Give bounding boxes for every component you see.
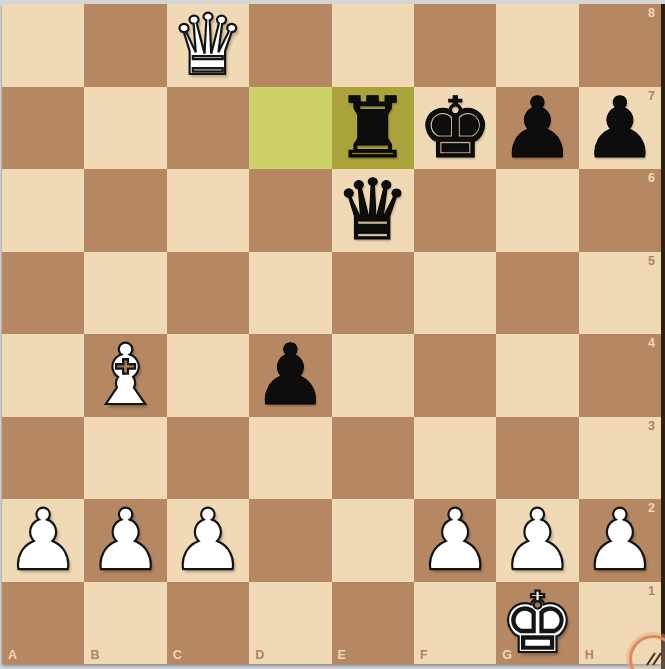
rank-label: 3 [648, 420, 655, 433]
rank-label: 8 [648, 7, 655, 20]
square-c3[interactable] [167, 417, 249, 500]
square-c2[interactable]: ♟ [167, 499, 249, 582]
page: ♛8♜♚♟7♟♛65♝♟43♟♟♟♟♟2♟ABCDEFG♚1H [0, 0, 665, 669]
square-c7[interactable] [167, 87, 249, 170]
black-king[interactable]: ♚ [417, 87, 492, 169]
square-g7[interactable]: ♟ [496, 87, 578, 170]
file-label: D [255, 649, 264, 662]
square-e6[interactable]: ♛ [332, 169, 414, 252]
square-d1[interactable]: D [249, 582, 331, 665]
white-pawn[interactable]: ♟ [170, 499, 245, 581]
square-d2[interactable] [249, 499, 331, 582]
square-g4[interactable] [496, 334, 578, 417]
white-king[interactable]: ♚ [500, 582, 575, 664]
square-a1[interactable]: A [2, 582, 84, 665]
square-c5[interactable] [167, 252, 249, 335]
black-rook[interactable]: ♜ [335, 87, 410, 169]
square-a6[interactable] [2, 169, 84, 252]
square-h3[interactable]: 3 [579, 417, 661, 500]
square-e5[interactable] [332, 252, 414, 335]
square-a8[interactable] [2, 4, 84, 87]
square-b4[interactable]: ♝ [84, 334, 166, 417]
square-b2[interactable]: ♟ [84, 499, 166, 582]
square-e1[interactable]: E [332, 582, 414, 665]
square-f7[interactable]: ♚ [414, 87, 496, 170]
square-c4[interactable] [167, 334, 249, 417]
white-pawn[interactable]: ♟ [88, 499, 163, 581]
square-d7[interactable] [249, 87, 331, 170]
file-label: F [420, 649, 428, 662]
square-g2[interactable]: ♟ [496, 499, 578, 582]
square-f6[interactable] [414, 169, 496, 252]
square-b7[interactable] [84, 87, 166, 170]
square-f5[interactable] [414, 252, 496, 335]
square-h2[interactable]: 2♟ [579, 499, 661, 582]
square-d8[interactable] [249, 4, 331, 87]
square-c8[interactable]: ♛ [167, 4, 249, 87]
square-h4[interactable]: 4 [579, 334, 661, 417]
black-pawn[interactable]: ♟ [253, 334, 328, 416]
square-h6[interactable]: 6 [579, 169, 661, 252]
black-pawn[interactable]: ♟ [582, 87, 657, 169]
square-b8[interactable] [84, 4, 166, 87]
watermark-marks-icon [632, 638, 665, 669]
white-pawn[interactable]: ♟ [582, 499, 657, 581]
square-d6[interactable] [249, 169, 331, 252]
square-h5[interactable]: 5 [579, 252, 661, 335]
square-h7[interactable]: 7♟ [579, 87, 661, 170]
square-g3[interactable] [496, 417, 578, 500]
square-f8[interactable] [414, 4, 496, 87]
black-pawn[interactable]: ♟ [500, 87, 575, 169]
square-c6[interactable] [167, 169, 249, 252]
square-d3[interactable] [249, 417, 331, 500]
file-label: A [8, 649, 17, 662]
white-queen[interactable]: ♛ [170, 4, 245, 86]
square-b3[interactable] [84, 417, 166, 500]
square-h8[interactable]: 8 [579, 4, 661, 87]
white-pawn[interactable]: ♟ [417, 499, 492, 581]
file-label: E [338, 649, 346, 662]
chess-board: ♛8♜♚♟7♟♛65♝♟43♟♟♟♟♟2♟ABCDEFG♚1H [2, 4, 661, 664]
square-f4[interactable] [414, 334, 496, 417]
square-b1[interactable]: B [84, 582, 166, 665]
square-g8[interactable] [496, 4, 578, 87]
square-f2[interactable]: ♟ [414, 499, 496, 582]
file-label: B [90, 649, 99, 662]
white-pawn[interactable]: ♟ [6, 499, 81, 581]
rank-label: 4 [648, 337, 655, 350]
square-e2[interactable] [332, 499, 414, 582]
file-label: H [585, 649, 594, 662]
square-g6[interactable] [496, 169, 578, 252]
square-a4[interactable] [2, 334, 84, 417]
file-label: C [173, 649, 182, 662]
square-a2[interactable]: ♟ [2, 499, 84, 582]
rank-label: 5 [648, 255, 655, 268]
square-e3[interactable] [332, 417, 414, 500]
rank-label: 6 [648, 172, 655, 185]
square-a5[interactable] [2, 252, 84, 335]
square-b5[interactable] [84, 252, 166, 335]
square-c1[interactable]: C [167, 582, 249, 665]
square-d4[interactable]: ♟ [249, 334, 331, 417]
square-a3[interactable] [2, 417, 84, 500]
square-d5[interactable] [249, 252, 331, 335]
square-g1[interactable]: G♚ [496, 582, 578, 665]
square-a7[interactable] [2, 87, 84, 170]
black-queen[interactable]: ♛ [335, 169, 410, 251]
square-b6[interactable] [84, 169, 166, 252]
rank-label: 1 [648, 585, 655, 598]
square-e8[interactable] [332, 4, 414, 87]
white-bishop[interactable]: ♝ [88, 334, 163, 416]
square-e4[interactable] [332, 334, 414, 417]
white-pawn[interactable]: ♟ [500, 499, 575, 581]
square-g5[interactable] [496, 252, 578, 335]
square-f3[interactable] [414, 417, 496, 500]
square-f1[interactable]: F [414, 582, 496, 665]
square-e7[interactable]: ♜ [332, 87, 414, 170]
watermark-badge [629, 635, 665, 669]
right-edge-strip [661, 4, 665, 669]
